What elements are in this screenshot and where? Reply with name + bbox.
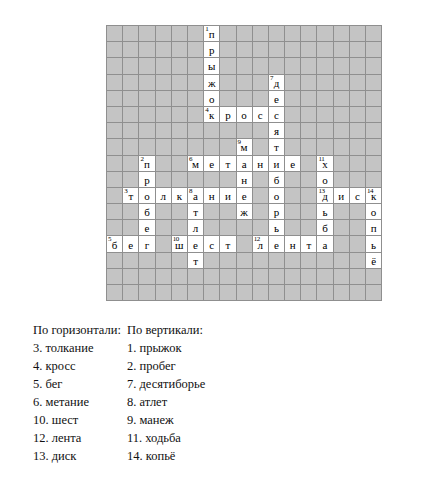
clue-across-6: 13. диск [33, 447, 121, 465]
cell-r13c12[interactable]: т [301, 236, 316, 251]
block-cell [366, 285, 381, 300]
cell-r5c6[interactable]: 4к [204, 107, 219, 122]
cell-r12c16[interactable]: п [366, 220, 381, 235]
block-cell [301, 75, 316, 90]
cell-r12c10[interactable]: ь [269, 220, 284, 235]
cell-r13c7[interactable]: т [220, 236, 235, 251]
cell-r13c13[interactable]: а [317, 236, 332, 251]
block-cell [350, 236, 365, 251]
block-cell [107, 58, 122, 73]
block-cell [172, 204, 187, 219]
block-cell [172, 269, 187, 284]
block-cell [350, 156, 365, 171]
cell-r9c2[interactable]: р [139, 172, 154, 187]
block-cell [123, 123, 138, 138]
cell-r5c10[interactable]: с [269, 107, 284, 122]
block-cell [285, 91, 300, 106]
block-cell [334, 123, 349, 138]
cell-letter: н [285, 236, 300, 251]
cell-r4c6[interactable]: о [204, 91, 219, 106]
block-cell [172, 139, 187, 154]
cell-r2c6[interactable]: ы [204, 58, 219, 73]
block-cell [156, 123, 171, 138]
block-cell [204, 269, 219, 284]
block-cell [188, 123, 203, 138]
cell-r10c16[interactable]: 14к [366, 188, 381, 203]
block-cell [123, 26, 138, 41]
cell-r6c10[interactable]: я [269, 123, 284, 138]
block-cell [123, 172, 138, 187]
cell-r4c10[interactable]: е [269, 91, 284, 106]
cell-r13c0[interactable]: 5б [107, 236, 122, 251]
block-cell [188, 58, 203, 73]
block-cell [156, 91, 171, 106]
cell-letter: н [204, 188, 219, 203]
block-cell [317, 123, 332, 138]
block-cell [123, 58, 138, 73]
block-cell [269, 58, 284, 73]
block-cell [156, 236, 171, 251]
cell-r7c10[interactable]: т [269, 139, 284, 154]
block-cell [301, 253, 316, 268]
cell-letter: к [204, 107, 219, 122]
block-cell [317, 107, 332, 122]
block-cell [301, 156, 316, 171]
clue-across-1: 4. кросс [33, 357, 121, 375]
block-cell [269, 269, 284, 284]
cell-letter: м [237, 139, 252, 154]
block-cell [285, 58, 300, 73]
cell-letter: е [237, 188, 252, 203]
cell-letter: а [188, 188, 203, 203]
block-cell [139, 269, 154, 284]
block-cell [188, 107, 203, 122]
block-cell [220, 123, 235, 138]
cell-r10c1[interactable]: 3т [123, 188, 138, 203]
cell-r5c7[interactable]: р [220, 107, 235, 122]
clues-across-title: По горизонтали: [33, 321, 121, 339]
block-cell [156, 285, 171, 300]
cell-r10c14[interactable]: и [334, 188, 349, 203]
cell-r10c8[interactable]: е [237, 188, 252, 203]
cell-r8c9[interactable]: н [253, 156, 268, 171]
block-cell [107, 75, 122, 90]
cell-r8c11[interactable]: е [285, 156, 300, 171]
block-cell [301, 188, 316, 203]
block-cell [107, 285, 122, 300]
cell-r11c5[interactable]: т [188, 204, 203, 219]
block-cell [301, 26, 316, 41]
block-cell [334, 253, 349, 268]
block-cell [334, 139, 349, 154]
block-cell [139, 253, 154, 268]
block-cell [156, 42, 171, 57]
cell-r3c10[interactable]: 7д [269, 75, 284, 90]
cell-letter: о [237, 107, 252, 122]
cell-r8c2[interactable]: 2п [139, 156, 154, 171]
cell-r12c2[interactable]: е [139, 220, 154, 235]
block-cell [172, 107, 187, 122]
cell-r11c8[interactable]: ж [237, 204, 252, 219]
cell-r9c10[interactable]: б [269, 172, 284, 187]
cell-r14c16[interactable]: ё [366, 253, 381, 268]
block-cell [220, 204, 235, 219]
block-cell [107, 172, 122, 187]
clue-down-2: 7. десятиборье [127, 375, 205, 393]
block-cell [220, 139, 235, 154]
block-cell [188, 26, 203, 41]
cell-letter: с [253, 107, 268, 122]
block-cell [107, 188, 122, 203]
cell-r13c1[interactable]: е [123, 236, 138, 251]
cell-r8c8[interactable]: а [237, 156, 252, 171]
cell-letter: с [350, 188, 365, 203]
clues-down: По вертикали: 1. прыжок2. пробег7. десят… [127, 321, 205, 465]
cell-letter: р [269, 204, 284, 219]
cell-r8c7[interactable]: т [220, 156, 235, 171]
cell-letter: б [107, 236, 122, 251]
cell-letter: д [317, 188, 332, 203]
cell-letter: е [269, 91, 284, 106]
clue-down-4: 9. манеж [127, 411, 205, 429]
block-cell [156, 75, 171, 90]
block-cell [253, 269, 268, 284]
block-cell [253, 139, 268, 154]
cell-letter: ь [317, 204, 332, 219]
block-cell [334, 172, 349, 187]
block-cell [350, 172, 365, 187]
block-cell [350, 204, 365, 219]
clue-down-1: 2. пробег [127, 357, 205, 375]
block-cell [317, 26, 332, 41]
block-cell [253, 204, 268, 219]
cell-letter: е [188, 236, 203, 251]
block-cell [237, 75, 252, 90]
block-cell [139, 91, 154, 106]
block-cell [220, 91, 235, 106]
block-cell [350, 269, 365, 284]
block-cell [156, 139, 171, 154]
block-cell [334, 58, 349, 73]
block-cell [301, 107, 316, 122]
cell-r12c5[interactable]: л [188, 220, 203, 235]
block-cell [220, 285, 235, 300]
block-cell [301, 42, 316, 57]
block-cell [172, 42, 187, 57]
cell-letter: с [269, 107, 284, 122]
cell-r12c13[interactable]: б [317, 220, 332, 235]
cell-letter: ж [204, 75, 219, 90]
cell-letter: с [204, 236, 219, 251]
block-cell [285, 139, 300, 154]
block-cell [301, 220, 316, 235]
cell-letter: р [220, 107, 235, 122]
cell-r13c9[interactable]: 12л [253, 236, 268, 251]
cell-r13c6[interactable]: с [204, 236, 219, 251]
cell-letter: т [188, 204, 203, 219]
block-cell [172, 58, 187, 73]
cell-r13c10[interactable]: е [269, 236, 284, 251]
block-cell [107, 220, 122, 235]
cell-r10c13[interactable]: 13д [317, 188, 332, 203]
clue-across-3: 6. метание [33, 393, 121, 411]
cell-letter: к [172, 188, 187, 203]
block-cell [334, 42, 349, 57]
cell-r7c8[interactable]: 9м [237, 139, 252, 154]
block-cell [204, 204, 219, 219]
block-cell [107, 204, 122, 219]
block-cell [253, 220, 268, 235]
block-cell [366, 172, 381, 187]
block-cell [172, 253, 187, 268]
block-cell [350, 26, 365, 41]
block-cell [123, 139, 138, 154]
block-cell [156, 172, 171, 187]
block-cell [237, 236, 252, 251]
block-cell [350, 139, 365, 154]
block-cell [350, 42, 365, 57]
cell-r10c6[interactable]: н [204, 188, 219, 203]
block-cell [220, 220, 235, 235]
cell-letter: о [366, 204, 381, 219]
clues-across: По горизонтали: 3. толкание4. кросс5. бе… [33, 321, 121, 465]
cell-letter: я [269, 123, 284, 138]
block-cell [156, 107, 171, 122]
cell-letter: о [139, 188, 154, 203]
block-cell [220, 42, 235, 57]
block-cell [220, 26, 235, 41]
cell-letter: т [220, 156, 235, 171]
cell-r10c4[interactable]: к [172, 188, 187, 203]
cell-r10c3[interactable]: л [156, 188, 171, 203]
block-cell [366, 123, 381, 138]
cell-letter: о [204, 91, 219, 106]
block-cell [156, 156, 171, 171]
block-cell [139, 107, 154, 122]
block-cell [156, 58, 171, 73]
block-cell [301, 139, 316, 154]
cell-r5c8[interactable]: о [237, 107, 252, 122]
block-cell [139, 75, 154, 90]
block-cell [220, 269, 235, 284]
cell-r13c16[interactable]: ь [366, 236, 381, 251]
cell-r8c5[interactable]: 6м [188, 156, 203, 171]
cell-letter: ь [366, 236, 381, 251]
cell-r8c13[interactable]: 11х [317, 156, 332, 171]
cell-letter: ш [172, 236, 187, 251]
cell-letter: ё [366, 253, 381, 268]
cell-letter: п [366, 220, 381, 235]
cell-r0c6[interactable]: 1п [204, 26, 219, 41]
block-cell [139, 26, 154, 41]
block-cell [237, 26, 252, 41]
block-cell [139, 42, 154, 57]
block-cell [107, 123, 122, 138]
block-cell [204, 285, 219, 300]
cell-letter: ы [204, 58, 219, 73]
cell-r10c2[interactable]: о [139, 188, 154, 203]
cell-letter: о [317, 172, 332, 187]
cell-r14c5[interactable]: т [188, 253, 203, 268]
block-cell [285, 204, 300, 219]
block-cell [301, 269, 316, 284]
block-cell [285, 188, 300, 203]
block-cell [156, 220, 171, 235]
block-cell [334, 26, 349, 41]
cell-r10c7[interactable]: и [220, 188, 235, 203]
block-cell [156, 204, 171, 219]
block-cell [253, 123, 268, 138]
block-cell [107, 26, 122, 41]
block-cell [107, 253, 122, 268]
cell-r10c5[interactable]: 8а [188, 188, 203, 203]
block-cell [204, 123, 219, 138]
block-cell [123, 285, 138, 300]
block-cell [285, 42, 300, 57]
cell-letter: н [253, 156, 268, 171]
cell-r11c10[interactable]: р [269, 204, 284, 219]
block-cell [107, 139, 122, 154]
cell-r11c13[interactable]: ь [317, 204, 332, 219]
clue-down-5: 11. ходьба [127, 429, 205, 447]
block-cell [350, 91, 365, 106]
block-cell [204, 172, 219, 187]
block-cell [317, 269, 332, 284]
cell-letter: т [188, 253, 203, 268]
block-cell [253, 58, 268, 73]
cell-r8c6[interactable]: е [204, 156, 219, 171]
clue-down-0: 1. прыжок [127, 339, 205, 357]
block-cell [123, 107, 138, 122]
block-cell [253, 42, 268, 57]
block-cell [366, 139, 381, 154]
cell-letter: м [188, 156, 203, 171]
cell-letter: п [204, 26, 219, 41]
block-cell [237, 42, 252, 57]
block-cell [269, 26, 284, 41]
block-cell [301, 204, 316, 219]
block-cell [123, 91, 138, 106]
cell-letter: е [269, 236, 284, 251]
clue-down-6: 14. копьё [127, 447, 205, 465]
cell-letter: т [220, 236, 235, 251]
block-cell [366, 156, 381, 171]
block-cell [334, 91, 349, 106]
block-cell [301, 172, 316, 187]
block-cell [334, 269, 349, 284]
block-cell [237, 91, 252, 106]
cell-r13c4[interactable]: 10ш [172, 236, 187, 251]
clues-down-title: По вертикали: [127, 321, 205, 339]
cell-letter: т [301, 236, 316, 251]
cell-letter: к [366, 188, 381, 203]
block-cell [123, 75, 138, 90]
cell-r10c15[interactable]: с [350, 188, 365, 203]
block-cell [139, 139, 154, 154]
block-cell [220, 75, 235, 90]
block-cell [366, 58, 381, 73]
block-cell [123, 269, 138, 284]
cell-r3c6[interactable]: ж [204, 75, 219, 90]
cell-r9c8[interactable]: н [237, 172, 252, 187]
cell-letter: т [123, 188, 138, 203]
clues-across-list: 3. толкание4. кросс5. бег6. метание10. ш… [33, 339, 121, 465]
cell-r9c13[interactable]: о [317, 172, 332, 187]
cell-letter: н [237, 172, 252, 187]
block-cell [285, 107, 300, 122]
block-cell [253, 91, 268, 106]
block-cell [317, 139, 332, 154]
cell-letter: и [220, 188, 235, 203]
cell-letter: п [139, 156, 154, 171]
clues-down-list: 1. прыжок2. пробег7. десятиборье8. атлет… [127, 339, 205, 465]
cell-r11c16[interactable]: о [366, 204, 381, 219]
block-cell [237, 253, 252, 268]
block-cell [285, 123, 300, 138]
block-cell [172, 172, 187, 187]
block-cell [285, 285, 300, 300]
block-cell [188, 269, 203, 284]
cell-letter: а [317, 236, 332, 251]
block-cell [172, 156, 187, 171]
block-cell [285, 220, 300, 235]
block-cell [139, 285, 154, 300]
cell-letter: р [204, 42, 219, 57]
block-cell [237, 269, 252, 284]
cell-letter: е [139, 220, 154, 235]
block-cell [350, 285, 365, 300]
cell-r11c2[interactable]: б [139, 204, 154, 219]
block-cell [123, 42, 138, 57]
block-cell [172, 220, 187, 235]
cell-r10c10[interactable]: о [269, 188, 284, 203]
block-cell [366, 42, 381, 57]
block-cell [350, 123, 365, 138]
block-cell [237, 123, 252, 138]
block-cell [107, 91, 122, 106]
cell-letter: т [269, 139, 284, 154]
cell-r8c10[interactable]: и [269, 156, 284, 171]
cell-r1c6[interactable]: р [204, 42, 219, 57]
block-cell [334, 220, 349, 235]
block-cell [156, 26, 171, 41]
cell-letter: и [269, 156, 284, 171]
block-cell [123, 204, 138, 219]
block-cell [107, 156, 122, 171]
clue-across-0: 3. толкание [33, 339, 121, 357]
crossword-grid: 1прыж7дое4кросся9мт2п6метание11хрнбо3тол… [106, 25, 382, 301]
block-cell [220, 58, 235, 73]
block-cell [269, 253, 284, 268]
block-cell [269, 285, 284, 300]
block-cell [172, 75, 187, 90]
cell-r5c9[interactable]: с [253, 107, 268, 122]
block-cell [237, 285, 252, 300]
cell-letter: и [334, 188, 349, 203]
cell-r13c5[interactable]: е [188, 236, 203, 251]
cell-letter: б [139, 204, 154, 219]
block-cell [188, 172, 203, 187]
cell-letter: е [285, 156, 300, 171]
cell-letter: л [156, 188, 171, 203]
block-cell [188, 139, 203, 154]
cell-r13c2[interactable]: г [139, 236, 154, 251]
block-cell [334, 107, 349, 122]
block-cell [301, 91, 316, 106]
block-cell [107, 269, 122, 284]
cell-r13c11[interactable]: н [285, 236, 300, 251]
block-cell [172, 26, 187, 41]
